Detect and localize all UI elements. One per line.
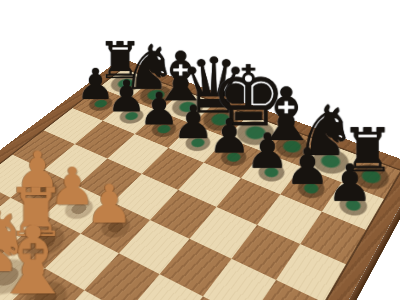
black-pawn-glyph: ♟ <box>291 157 400 208</box>
chess-board: ♜♞♝♛♚♝♞♜♟♟♟♟♟♟♟♟♟♟♟♜♞♝ <box>0 58 400 300</box>
white-bishop-glyph: ♝ <box>0 214 102 300</box>
chess-set-photo: ♜♞♝♛♚♝♞♜♟♟♟♟♟♟♟♟♟♟♟♜♞♝ <box>0 0 400 300</box>
